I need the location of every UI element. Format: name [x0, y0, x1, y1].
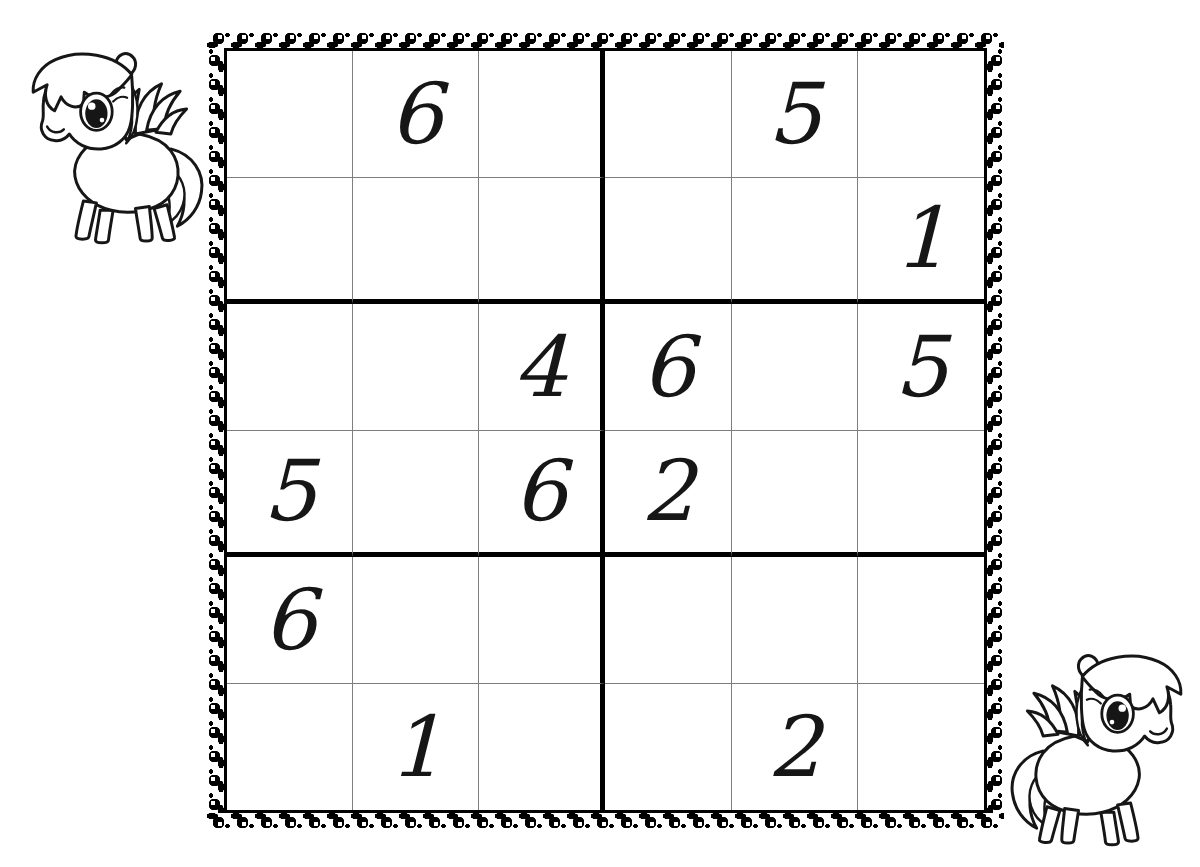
given-digit: 2	[641, 449, 694, 533]
cell-r5c5[interactable]	[732, 557, 858, 684]
pony-far-front-leg	[95, 210, 113, 243]
cell-r5c3[interactable]	[479, 557, 605, 684]
cell-r3c6: 5	[858, 304, 984, 431]
pony-eye-highlight	[1110, 720, 1115, 725]
decorative-curl-border-left	[207, 48, 224, 813]
cell-r3c4: 6	[605, 304, 731, 431]
given-digit: 4	[513, 325, 566, 409]
sudoku-board: 651465562612	[207, 31, 1004, 830]
given-digit: 5	[894, 325, 947, 409]
given-digit: 6	[263, 578, 316, 662]
given-digit: 1	[894, 196, 947, 280]
given-digit: 5	[768, 72, 821, 156]
pony-eye-highlight	[88, 102, 95, 109]
pony-near-rear-leg	[135, 207, 152, 241]
cell-r1c6[interactable]	[858, 51, 984, 178]
cell-r6c1[interactable]	[227, 684, 353, 811]
decorative-curl-border-bottom	[207, 813, 1004, 830]
cell-r2c6: 1	[858, 178, 984, 305]
cell-r4c2[interactable]	[353, 431, 479, 558]
given-digit: 2	[768, 705, 821, 789]
cell-r3c2[interactable]	[353, 304, 479, 431]
pegasus-pony-illustration-bottom-right	[1006, 646, 1192, 854]
pony-eye-pupil	[85, 99, 107, 128]
cell-r3c3: 4	[479, 304, 605, 431]
cell-r6c6[interactable]	[858, 684, 984, 811]
cell-r5c2[interactable]	[353, 557, 479, 684]
cell-r2c4[interactable]	[605, 178, 731, 305]
pony-eye-highlight	[1119, 704, 1126, 711]
pony-near-rear-leg	[1062, 809, 1079, 843]
given-digit: 1	[389, 705, 442, 789]
cell-r1c4[interactable]	[605, 51, 731, 178]
cell-r1c1[interactable]	[227, 51, 353, 178]
decorative-curl-border-top	[207, 31, 1004, 48]
pony-near-front-leg	[76, 201, 96, 239]
cell-r4c1: 5	[227, 431, 353, 558]
pegasus-pony-illustration-top-left	[22, 44, 208, 252]
cell-r4c5[interactable]	[732, 431, 858, 558]
given-digit: 6	[641, 325, 694, 409]
cell-r5c6[interactable]	[858, 557, 984, 684]
cell-r4c3: 6	[479, 431, 605, 558]
pony-eye-pupil	[1106, 701, 1128, 730]
given-digit: 6	[513, 449, 566, 533]
pony-eye-highlight	[100, 118, 105, 123]
cell-r6c3[interactable]	[479, 684, 605, 811]
cell-r1c3[interactable]	[479, 51, 605, 178]
decorative-curl-border-right	[987, 48, 1004, 813]
cell-r3c5[interactable]	[732, 304, 858, 431]
cell-r2c1[interactable]	[227, 178, 353, 305]
given-digit: 5	[263, 449, 316, 533]
cell-r1c5: 5	[732, 51, 858, 178]
cell-r3c1[interactable]	[227, 304, 353, 431]
cell-r4c4: 2	[605, 431, 731, 558]
sudoku-grid: 651465562612	[224, 48, 987, 813]
cell-r1c2: 6	[353, 51, 479, 178]
cell-r6c2: 1	[353, 684, 479, 811]
cell-r2c3[interactable]	[479, 178, 605, 305]
given-digit: 6	[389, 72, 442, 156]
cell-r4c6[interactable]	[858, 431, 984, 558]
cell-r2c2[interactable]	[353, 178, 479, 305]
cell-r6c5: 2	[732, 684, 858, 811]
cell-r6c4[interactable]	[605, 684, 731, 811]
pony-near-front-leg	[1118, 803, 1138, 841]
cell-r5c4[interactable]	[605, 557, 731, 684]
pony-far-front-leg	[1101, 812, 1119, 845]
cell-r2c5[interactable]	[732, 178, 858, 305]
cell-r5c1: 6	[227, 557, 353, 684]
